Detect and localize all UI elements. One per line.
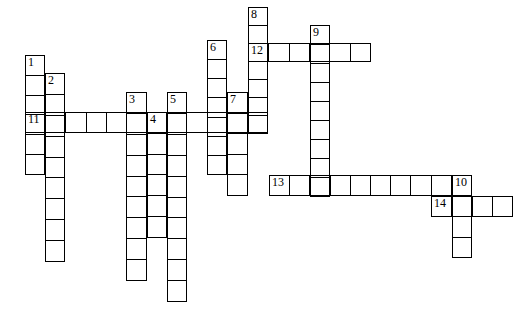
grid-cell[interactable] [492, 196, 513, 217]
grid-cell[interactable] [207, 59, 227, 79]
grid-cell[interactable] [186, 112, 207, 133]
grid-cell[interactable] [126, 238, 147, 260]
grid-cell[interactable] [309, 175, 330, 196]
grid-cell[interactable] [126, 217, 147, 239]
grid-cell[interactable] [472, 196, 493, 217]
clue-number-label: 2 [48, 74, 54, 87]
grid-cell[interactable] [227, 133, 248, 155]
grid-cell[interactable]: 3 [126, 92, 147, 114]
clue-number-label: 1 [28, 56, 34, 69]
grid-cell[interactable] [25, 154, 45, 175]
crossword-board: 1234567891011121314 [0, 0, 525, 310]
grid-cell[interactable]: 12 [248, 43, 269, 62]
grid-cell[interactable] [45, 240, 65, 262]
clue-number-label: 9 [313, 26, 319, 39]
grid-cell[interactable] [126, 259, 147, 281]
grid-cell[interactable] [45, 198, 65, 220]
clue-number-label: 8 [251, 8, 257, 21]
grid-cell[interactable] [431, 175, 452, 196]
grid-cell[interactable] [147, 133, 167, 155]
grid-cell[interactable]: 13 [269, 175, 290, 196]
grid-cell[interactable] [248, 79, 268, 98]
grid-cell[interactable] [167, 134, 187, 156]
word-12-across: 12 [248, 43, 371, 62]
grid-cell[interactable]: 9 [310, 25, 330, 45]
grid-cell[interactable] [451, 196, 472, 217]
grid-cell[interactable] [248, 25, 268, 44]
clue-number-label: 7 [230, 93, 236, 106]
grid-cell[interactable] [167, 280, 187, 302]
grid-cell[interactable] [227, 154, 248, 176]
grid-cell[interactable] [126, 155, 147, 177]
grid-cell[interactable] [86, 112, 107, 133]
grid-cell[interactable] [329, 43, 350, 62]
word-14-across: 14 [431, 196, 513, 217]
grid-cell[interactable] [25, 134, 45, 155]
grid-cell[interactable] [167, 155, 187, 177]
grid-cell[interactable] [207, 155, 227, 175]
word-7-down: 7 [227, 92, 248, 196]
grid-cell[interactable] [247, 112, 268, 133]
clue-number-label: 14 [434, 197, 446, 210]
grid-cell[interactable] [126, 134, 147, 156]
grid-cell[interactable] [45, 157, 65, 179]
grid-cell[interactable]: 8 [248, 7, 268, 26]
grid-cell[interactable] [227, 112, 248, 133]
grid-cell[interactable] [126, 112, 147, 133]
grid-cell[interactable] [147, 154, 167, 176]
grid-cell[interactable] [167, 197, 187, 219]
clue-number-label: 11 [28, 113, 40, 126]
grid-cell[interactable] [289, 175, 310, 196]
grid-cell[interactable]: 11 [25, 112, 46, 133]
grid-cell[interactable] [126, 196, 147, 218]
grid-cell[interactable] [370, 175, 391, 196]
clue-number-label: 3 [129, 93, 135, 106]
grid-cell[interactable] [167, 176, 187, 198]
grid-cell[interactable] [167, 259, 187, 281]
clue-number-label: 5 [170, 93, 176, 106]
grid-cell[interactable] [167, 238, 187, 260]
grid-cell[interactable] [248, 61, 268, 80]
grid-cell[interactable] [45, 136, 65, 158]
grid-cell[interactable] [310, 82, 330, 102]
grid-cell[interactable] [146, 112, 167, 133]
clue-number-label: 13 [272, 176, 284, 189]
grid-cell[interactable] [452, 237, 472, 259]
grid-cell[interactable]: 6 [207, 40, 227, 60]
grid-cell[interactable] [330, 175, 351, 196]
grid-cell[interactable] [167, 217, 187, 239]
grid-cell[interactable]: 2 [45, 73, 65, 95]
word-13-across: 13 [269, 175, 472, 196]
grid-cell[interactable] [166, 112, 187, 133]
grid-cell[interactable] [268, 43, 289, 62]
grid-cell[interactable] [310, 101, 330, 121]
grid-cell[interactable] [451, 175, 472, 196]
grid-cell[interactable] [207, 136, 227, 156]
grid-cell[interactable] [309, 43, 330, 62]
grid-cell[interactable] [147, 216, 167, 238]
grid-cell[interactable]: 7 [227, 92, 248, 114]
grid-cell[interactable]: 1 [25, 55, 45, 76]
grid-cell[interactable] [310, 120, 330, 140]
grid-cell[interactable] [410, 175, 431, 196]
grid-cell[interactable]: 14 [431, 196, 452, 217]
grid-cell[interactable] [45, 219, 65, 241]
clue-number-label: 6 [210, 41, 216, 54]
word-2-down: 2 [45, 73, 65, 262]
word-6-down: 6 [207, 40, 227, 175]
grid-cell[interactable] [126, 176, 147, 198]
grid-cell[interactable] [65, 112, 86, 133]
grid-cell[interactable] [350, 43, 371, 62]
word-11-across: 11 [25, 112, 268, 133]
grid-cell[interactable] [207, 112, 228, 133]
grid-cell[interactable] [45, 177, 65, 199]
clue-number-label: 12 [251, 44, 263, 57]
grid-cell[interactable] [350, 175, 371, 196]
grid-cell[interactable] [25, 75, 45, 96]
grid-cell[interactable] [147, 195, 167, 217]
grid-cell[interactable]: 5 [167, 92, 187, 114]
grid-cell[interactable] [289, 43, 310, 62]
grid-cell[interactable] [310, 63, 330, 83]
grid-cell[interactable] [147, 174, 167, 196]
grid-cell[interactable] [45, 112, 66, 133]
grid-cell[interactable] [207, 78, 227, 98]
grid-cell[interactable] [452, 216, 472, 238]
grid-cell[interactable] [390, 175, 411, 196]
grid-cell[interactable] [227, 174, 248, 196]
grid-cell[interactable] [310, 139, 330, 159]
grid-cell[interactable] [106, 112, 127, 133]
